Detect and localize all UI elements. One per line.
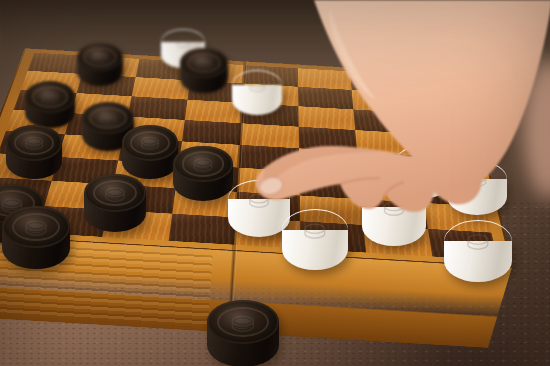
piece-black-man-a4[interactable]: ⛂ [6, 125, 63, 178]
piece-white-man-h1[interactable]: ⛀ [444, 220, 512, 282]
white-man-glyph: ⛀ [446, 112, 501, 146]
white-man-glyph: ⛀ [232, 70, 282, 101]
checkers-scene: ⛀⛂⛂⛀⛂⛂⛀⛂⛂⛀⛂⛀⛂⛀⛂⛀⛂⛀⛀⛂ [0, 0, 550, 366]
piece-white-man-e2[interactable]: ⛀ [228, 180, 290, 237]
white-man-glyph: ⛀ [447, 161, 507, 198]
piece-white-man-g2[interactable]: ⛀ [362, 187, 426, 246]
piece-white-man-h5[interactable]: ⛀ [446, 112, 501, 162]
piece-black-man-c2[interactable]: ⛂ [84, 174, 146, 232]
square-d1[interactable] [168, 214, 236, 245]
white-man-glyph: ⛀ [444, 220, 512, 262]
black-man-glyph: ⛂ [6, 125, 63, 160]
black-man-glyph: ⛂ [180, 48, 228, 77]
piece-black-man-c4[interactable]: ⛂ [122, 125, 179, 178]
black-man-glyph: ⛂ [122, 125, 179, 160]
black-man-glyph: ⛂ [84, 174, 146, 212]
black-man-glyph: ⛂ [77, 43, 123, 72]
black-man-glyph: ⛂ [25, 81, 75, 112]
piece-black-man-b1[interactable]: ⛂ [2, 206, 69, 269]
piece-white-man-h3[interactable]: ⛀ [447, 161, 507, 216]
piece-black-man-a6[interactable]: ⛂ [25, 81, 75, 128]
piece-black-man-d3[interactable]: ⛂ [173, 146, 232, 202]
white-man-glyph: ⛀ [395, 145, 453, 181]
black-man-glyph: ⛂ [2, 206, 69, 248]
square-f3[interactable] [299, 171, 361, 199]
piece-black-man-off-board[interactable]: ⛂ [207, 300, 278, 366]
white-man-glyph: ⛀ [228, 180, 290, 218]
piece-black-man-d7[interactable]: ⛂ [180, 48, 228, 93]
white-man-glyph: ⛀ [362, 187, 426, 227]
piece-black-man-b7[interactable]: ⛂ [77, 43, 123, 86]
white-man-glyph: ⛀ [282, 209, 349, 250]
piece-white-man-e6[interactable]: ⛀ [232, 70, 282, 116]
black-man-glyph: ⛂ [207, 300, 278, 344]
black-man-glyph: ⛂ [173, 146, 232, 183]
piece-white-man-f1[interactable]: ⛀ [282, 209, 349, 270]
